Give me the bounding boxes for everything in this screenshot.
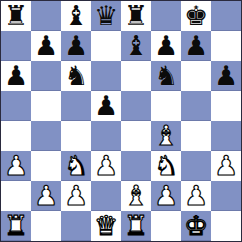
square-g3[interactable] xyxy=(181,151,211,181)
square-a3[interactable]: ♟︎ xyxy=(1,151,31,181)
square-e1[interactable]: ♜︎ xyxy=(121,211,151,241)
black-rook[interactable]: ♜︎ xyxy=(4,2,28,29)
chess-board: ♜︎♝︎♛︎♜︎♚︎♟︎♟︎♝︎♟︎♟︎♟︎♞︎♞︎♟︎♟︎♝︎♟︎♞︎♟︎♞︎… xyxy=(0,0,242,242)
white-rook[interactable]: ♜︎ xyxy=(4,212,28,239)
square-f4[interactable]: ♝︎ xyxy=(151,121,181,151)
white-knight[interactable]: ♞︎ xyxy=(154,152,178,179)
square-b8[interactable] xyxy=(31,1,61,31)
square-a2[interactable] xyxy=(1,181,31,211)
square-h8[interactable] xyxy=(211,1,241,31)
square-d2[interactable] xyxy=(91,181,121,211)
square-c2[interactable]: ♟︎ xyxy=(61,181,91,211)
white-pawn[interactable]: ♟︎ xyxy=(184,182,208,209)
square-d1[interactable]: ♛︎ xyxy=(91,211,121,241)
square-d6[interactable] xyxy=(91,61,121,91)
square-e5[interactable] xyxy=(121,91,151,121)
black-pawn[interactable]: ♟︎ xyxy=(214,62,238,89)
square-a4[interactable] xyxy=(1,121,31,151)
black-rook[interactable]: ♜︎ xyxy=(124,2,148,29)
white-queen[interactable]: ♛︎ xyxy=(94,212,118,239)
black-queen[interactable]: ♛︎ xyxy=(94,2,118,29)
black-pawn[interactable]: ♟︎ xyxy=(94,92,118,119)
square-f1[interactable] xyxy=(151,211,181,241)
square-h2[interactable] xyxy=(211,181,241,211)
square-c5[interactable] xyxy=(61,91,91,121)
square-g8[interactable]: ♚︎ xyxy=(181,1,211,31)
square-f3[interactable]: ♞︎ xyxy=(151,151,181,181)
square-g6[interactable] xyxy=(181,61,211,91)
square-e3[interactable] xyxy=(121,151,151,181)
square-c6[interactable]: ♞︎ xyxy=(61,61,91,91)
square-a8[interactable]: ♜︎ xyxy=(1,1,31,31)
black-bishop[interactable]: ♝︎ xyxy=(124,32,148,59)
white-pawn[interactable]: ♟︎ xyxy=(64,182,88,209)
square-a5[interactable] xyxy=(1,91,31,121)
square-b3[interactable] xyxy=(31,151,61,181)
square-f2[interactable]: ♟︎ xyxy=(151,181,181,211)
square-h1[interactable] xyxy=(211,211,241,241)
square-b5[interactable] xyxy=(31,91,61,121)
square-d8[interactable]: ♛︎ xyxy=(91,1,121,31)
square-h5[interactable] xyxy=(211,91,241,121)
chess-app: ♜︎♝︎♛︎♜︎♚︎♟︎♟︎♝︎♟︎♟︎♟︎♞︎♞︎♟︎♟︎♝︎♟︎♞︎♟︎♞︎… xyxy=(0,0,242,242)
square-h6[interactable]: ♟︎ xyxy=(211,61,241,91)
square-b4[interactable] xyxy=(31,121,61,151)
white-pawn[interactable]: ♟︎ xyxy=(154,182,178,209)
black-knight[interactable]: ♞︎ xyxy=(154,62,178,89)
black-bishop[interactable]: ♝︎ xyxy=(64,2,88,29)
square-d7[interactable] xyxy=(91,31,121,61)
square-a7[interactable] xyxy=(1,31,31,61)
black-pawn[interactable]: ♟︎ xyxy=(184,32,208,59)
square-e2[interactable]: ♝︎ xyxy=(121,181,151,211)
square-g1[interactable]: ♚︎ xyxy=(181,211,211,241)
white-knight[interactable]: ♞︎ xyxy=(64,152,88,179)
square-c3[interactable]: ♞︎ xyxy=(61,151,91,181)
square-e8[interactable]: ♜︎ xyxy=(121,1,151,31)
square-c8[interactable]: ♝︎ xyxy=(61,1,91,31)
square-g5[interactable] xyxy=(181,91,211,121)
white-bishop[interactable]: ♝︎ xyxy=(154,122,178,149)
white-pawn[interactable]: ♟︎ xyxy=(34,182,58,209)
square-g7[interactable]: ♟︎ xyxy=(181,31,211,61)
white-rook[interactable]: ♜︎ xyxy=(124,212,148,239)
square-d3[interactable]: ♟︎ xyxy=(91,151,121,181)
square-f7[interactable]: ♟︎ xyxy=(151,31,181,61)
white-pawn[interactable]: ♟︎ xyxy=(4,152,28,179)
white-pawn[interactable]: ♟︎ xyxy=(94,152,118,179)
square-c1[interactable] xyxy=(61,211,91,241)
white-pawn[interactable]: ♟︎ xyxy=(214,152,238,179)
square-e6[interactable] xyxy=(121,61,151,91)
square-c4[interactable] xyxy=(61,121,91,151)
square-b7[interactable]: ♟︎ xyxy=(31,31,61,61)
square-g2[interactable]: ♟︎ xyxy=(181,181,211,211)
square-e4[interactable] xyxy=(121,121,151,151)
black-king[interactable]: ♚︎ xyxy=(184,2,208,29)
black-pawn[interactable]: ♟︎ xyxy=(34,32,58,59)
square-c7[interactable]: ♟︎ xyxy=(61,31,91,61)
white-king[interactable]: ♚︎ xyxy=(184,212,208,239)
black-pawn[interactable]: ♟︎ xyxy=(154,32,178,59)
square-a1[interactable]: ♜︎ xyxy=(1,211,31,241)
square-a6[interactable]: ♟︎ xyxy=(1,61,31,91)
square-d4[interactable] xyxy=(91,121,121,151)
square-f6[interactable]: ♞︎ xyxy=(151,61,181,91)
square-h7[interactable] xyxy=(211,31,241,61)
black-pawn[interactable]: ♟︎ xyxy=(4,62,28,89)
square-h4[interactable] xyxy=(211,121,241,151)
square-h3[interactable]: ♟︎ xyxy=(211,151,241,181)
black-knight[interactable]: ♞︎ xyxy=(64,62,88,89)
square-b2[interactable]: ♟︎ xyxy=(31,181,61,211)
black-pawn[interactable]: ♟︎ xyxy=(64,32,88,59)
square-b6[interactable] xyxy=(31,61,61,91)
square-g4[interactable] xyxy=(181,121,211,151)
white-bishop[interactable]: ♝︎ xyxy=(124,182,148,209)
square-b1[interactable] xyxy=(31,211,61,241)
square-e7[interactable]: ♝︎ xyxy=(121,31,151,61)
square-d5[interactable]: ♟︎ xyxy=(91,91,121,121)
square-f5[interactable] xyxy=(151,91,181,121)
square-f8[interactable] xyxy=(151,1,181,31)
